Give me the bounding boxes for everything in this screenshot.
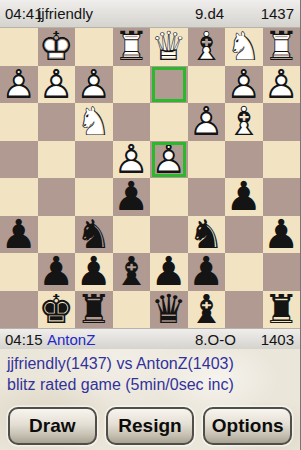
square-a4[interactable] [263, 141, 301, 179]
square-d5[interactable] [150, 178, 188, 216]
square-d4[interactable]: ♟♙ [150, 141, 188, 179]
chess-board[interactable]: ♚♔♜♖♛♕♝♗♞♘♜♖♟♙♟♙♟♙♟♙♟♙♞♘♟♙♝♗♟♙♟♙♟♟♟♞♞♟♟♟… [0, 28, 300, 328]
square-g5[interactable] [38, 178, 76, 216]
white-queen: ♛♕ [150, 28, 188, 66]
black-queen: ♛ [150, 291, 188, 329]
square-f7[interactable]: ♟ [75, 253, 113, 291]
black-pawn: ♟ [75, 253, 113, 291]
game-info: jjfriendly(1437) vs AntonZ(1403) blitz r… [7, 353, 296, 395]
black-pawn: ♟ [150, 253, 188, 291]
black-pawn: ♟ [225, 178, 263, 216]
black-pawn: ♟ [38, 253, 76, 291]
white-knight: ♞♘ [225, 28, 263, 66]
square-h8[interactable] [0, 291, 38, 329]
square-b6[interactable] [225, 216, 263, 254]
square-c8[interactable]: ♝ [188, 291, 226, 329]
square-b8[interactable] [225, 291, 263, 329]
square-f4[interactable] [75, 141, 113, 179]
square-h4[interactable] [0, 141, 38, 179]
action-button-row: Draw Resign Options [8, 407, 292, 445]
square-d3[interactable] [150, 103, 188, 141]
square-f8[interactable]: ♜ [75, 291, 113, 329]
square-g4[interactable] [38, 141, 76, 179]
square-h1[interactable] [0, 28, 38, 66]
square-h2[interactable]: ♟♙ [0, 66, 38, 104]
square-b7[interactable] [225, 253, 263, 291]
square-e3[interactable] [113, 103, 151, 141]
white-rook: ♜♖ [113, 28, 151, 66]
square-h3[interactable] [0, 103, 38, 141]
white-pawn: ♟♙ [38, 66, 76, 104]
white-bishop: ♝♗ [188, 28, 226, 66]
game-type-text: blitz rated game (5min/0sec inc) [7, 374, 296, 395]
square-b5[interactable]: ♟ [225, 178, 263, 216]
square-d7[interactable]: ♟ [150, 253, 188, 291]
player-clock-bar: 04:15 AntonZ 8.O-O 1403 [0, 328, 300, 349]
white-king: ♚♔ [38, 28, 76, 66]
square-g2[interactable]: ♟♙ [38, 66, 76, 104]
white-pawn: ♟♙ [150, 141, 188, 179]
resign-button[interactable]: Resign [106, 407, 195, 445]
square-a2[interactable]: ♟♙ [263, 66, 301, 104]
square-g3[interactable] [38, 103, 76, 141]
square-e5[interactable]: ♟ [113, 178, 151, 216]
square-f5[interactable] [75, 178, 113, 216]
square-a3[interactable] [263, 103, 301, 141]
white-pawn: ♟♙ [263, 66, 301, 104]
white-rook: ♜♖ [263, 28, 301, 66]
black-pawn: ♟ [113, 178, 151, 216]
white-knight: ♞♘ [75, 103, 113, 141]
square-c5[interactable] [188, 178, 226, 216]
square-a7[interactable] [263, 253, 301, 291]
black-bishop: ♝ [188, 291, 226, 329]
draw-button[interactable]: Draw [8, 407, 97, 445]
player-clock: 04:15 [5, 329, 43, 350]
white-bishop: ♝♗ [225, 103, 263, 141]
black-pawn: ♟ [188, 253, 226, 291]
square-e8[interactable] [113, 291, 151, 329]
white-pawn: ♟♙ [0, 66, 38, 104]
white-pawn: ♟♙ [188, 103, 226, 141]
square-a6[interactable]: ♟ [263, 216, 301, 254]
square-g1[interactable]: ♚♔ [38, 28, 76, 66]
options-button[interactable]: Options [203, 407, 292, 445]
player-rating: 1403 [261, 329, 294, 350]
square-c3[interactable]: ♟♙ [188, 103, 226, 141]
square-g8[interactable]: ♚ [38, 291, 76, 329]
square-b3[interactable]: ♝♗ [225, 103, 263, 141]
square-d8[interactable]: ♛ [150, 291, 188, 329]
black-rook: ♜ [75, 291, 113, 329]
square-h5[interactable] [0, 178, 38, 216]
black-last-move: 8.O-O [195, 329, 236, 350]
black-king: ♚ [38, 291, 76, 329]
square-h6[interactable]: ♟ [0, 216, 38, 254]
square-e1[interactable]: ♜♖ [113, 28, 151, 66]
square-e2[interactable] [113, 66, 151, 104]
player-name: AntonZ [47, 329, 95, 350]
square-d2[interactable] [150, 66, 188, 104]
matchup-text: jjfriendly(1437) vs AntonZ(1403) [7, 353, 296, 374]
square-a8[interactable]: ♜ [263, 291, 301, 329]
square-e7[interactable]: ♝ [113, 253, 151, 291]
black-bishop: ♝ [113, 253, 151, 291]
square-d1[interactable]: ♛♕ [150, 28, 188, 66]
square-b1[interactable]: ♞♘ [225, 28, 263, 66]
black-rook: ♜ [263, 291, 301, 329]
black-pawn: ♟ [0, 216, 38, 254]
square-h7[interactable] [0, 253, 38, 291]
opponent-clock: 04:41 [5, 0, 43, 28]
square-c1[interactable]: ♝♗ [188, 28, 226, 66]
square-a5[interactable] [263, 178, 301, 216]
square-a1[interactable]: ♜♖ [263, 28, 301, 66]
square-c4[interactable] [188, 141, 226, 179]
square-f3[interactable]: ♞♘ [75, 103, 113, 141]
square-g7[interactable]: ♟ [38, 253, 76, 291]
square-c7[interactable]: ♟ [188, 253, 226, 291]
square-f1[interactable] [75, 28, 113, 66]
black-pawn: ♟ [263, 216, 301, 254]
chess-app-screen: 04:41 jjfriendly 9.d4 1437 ♚♔♜♖♛♕♝♗♞♘♜♖♟… [0, 0, 300, 450]
